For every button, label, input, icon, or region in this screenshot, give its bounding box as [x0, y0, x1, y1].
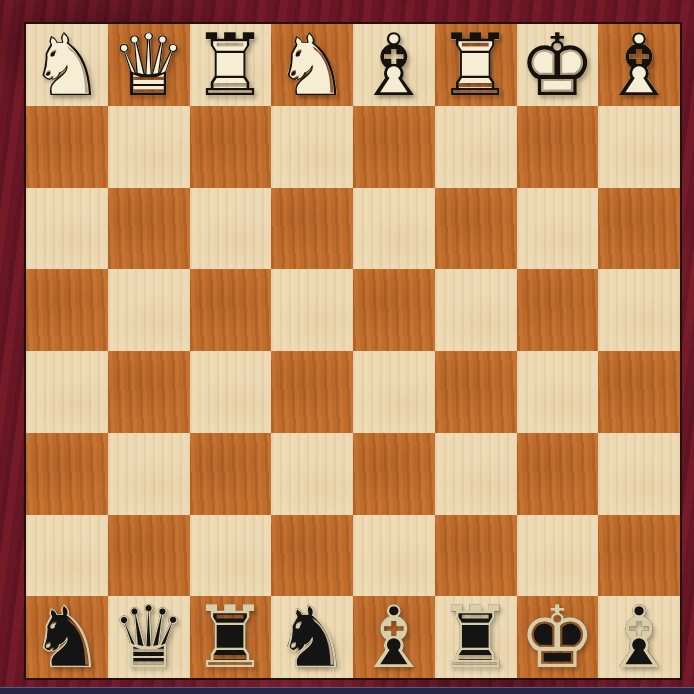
piece-outline-glyph: ♖	[190, 24, 272, 106]
square-e2[interactable]	[353, 515, 435, 597]
square-f4[interactable]	[435, 351, 517, 433]
black-knight[interactable]: ♞♘	[271, 596, 353, 678]
piece-outline-glyph: ♗	[353, 596, 435, 678]
square-g4[interactable]	[517, 351, 599, 433]
square-b1[interactable]: ♛♕	[108, 596, 190, 678]
white-bishop[interactable]: ♝♗	[353, 24, 435, 106]
square-e6[interactable]	[353, 188, 435, 270]
square-a4[interactable]	[26, 351, 108, 433]
white-knight[interactable]: ♞♘	[26, 24, 108, 106]
square-h7[interactable]	[598, 106, 680, 188]
piece-fill-glyph: ♛	[108, 596, 190, 678]
piece-fill-glyph: ♝	[353, 24, 435, 106]
board-grid: ♞♘♛♕♜♖♞♘♝♗♜♖♚♔♝♗♞♘♛♕♜♖♞♘♝♗♜♖♚♔♝♗	[26, 24, 680, 678]
black-rook[interactable]: ♜♖	[435, 596, 517, 678]
black-queen[interactable]: ♛♕	[108, 596, 190, 678]
square-d8[interactable]: ♞♘	[271, 24, 353, 106]
piece-fill-glyph: ♝	[353, 596, 435, 678]
square-d5[interactable]	[271, 269, 353, 351]
square-e1[interactable]: ♝♗	[353, 596, 435, 678]
piece-fill-glyph: ♛	[108, 24, 190, 106]
square-d4[interactable]	[271, 351, 353, 433]
square-c5[interactable]	[190, 269, 272, 351]
square-f5[interactable]	[435, 269, 517, 351]
piece-outline-glyph: ♗	[598, 596, 680, 678]
piece-outline-glyph: ♔	[517, 24, 599, 106]
black-bishop[interactable]: ♝♗	[598, 596, 680, 678]
square-g2[interactable]	[517, 515, 599, 597]
square-b7[interactable]	[108, 106, 190, 188]
piece-fill-glyph: ♜	[190, 24, 272, 106]
square-a5[interactable]	[26, 269, 108, 351]
piece-outline-glyph: ♘	[26, 24, 108, 106]
window-bottom-edge	[0, 687, 694, 694]
square-a7[interactable]	[26, 106, 108, 188]
piece-outline-glyph: ♗	[598, 24, 680, 106]
piece-fill-glyph: ♞	[26, 24, 108, 106]
square-e7[interactable]	[353, 106, 435, 188]
square-f6[interactable]	[435, 188, 517, 270]
square-g8[interactable]: ♚♔	[517, 24, 599, 106]
square-g7[interactable]	[517, 106, 599, 188]
square-e5[interactable]	[353, 269, 435, 351]
white-knight[interactable]: ♞♘	[271, 24, 353, 106]
piece-fill-glyph: ♞	[271, 24, 353, 106]
square-a2[interactable]	[26, 515, 108, 597]
square-b4[interactable]	[108, 351, 190, 433]
piece-fill-glyph: ♞	[26, 596, 108, 678]
piece-fill-glyph: ♝	[598, 24, 680, 106]
square-a6[interactable]	[26, 188, 108, 270]
white-king[interactable]: ♚♔	[517, 24, 599, 106]
piece-outline-glyph: ♘	[271, 596, 353, 678]
square-h4[interactable]	[598, 351, 680, 433]
square-c4[interactable]	[190, 351, 272, 433]
square-f2[interactable]	[435, 515, 517, 597]
piece-outline-glyph: ♖	[190, 596, 272, 678]
square-c7[interactable]	[190, 106, 272, 188]
square-a1[interactable]: ♞♘	[26, 596, 108, 678]
square-e8[interactable]: ♝♗	[353, 24, 435, 106]
white-rook[interactable]: ♜♖	[190, 24, 272, 106]
piece-fill-glyph: ♜	[190, 596, 272, 678]
piece-outline-glyph: ♘	[26, 596, 108, 678]
piece-outline-glyph: ♖	[435, 24, 517, 106]
piece-outline-glyph: ♖	[435, 596, 517, 678]
piece-fill-glyph: ♚	[517, 596, 599, 678]
square-e4[interactable]	[353, 351, 435, 433]
square-e3[interactable]	[353, 433, 435, 515]
square-d6[interactable]	[271, 188, 353, 270]
piece-outline-glyph: ♗	[353, 24, 435, 106]
piece-fill-glyph: ♞	[271, 596, 353, 678]
square-b2[interactable]	[108, 515, 190, 597]
piece-fill-glyph: ♝	[598, 596, 680, 678]
square-h6[interactable]	[598, 188, 680, 270]
square-g6[interactable]	[517, 188, 599, 270]
piece-outline-glyph: ♕	[108, 24, 190, 106]
square-b5[interactable]	[108, 269, 190, 351]
square-c1[interactable]: ♜♖	[190, 596, 272, 678]
square-g5[interactable]	[517, 269, 599, 351]
piece-outline-glyph: ♕	[108, 596, 190, 678]
piece-outline-glyph: ♘	[271, 24, 353, 106]
square-f1[interactable]: ♜♖	[435, 596, 517, 678]
piece-fill-glyph: ♚	[517, 24, 599, 106]
piece-fill-glyph: ♜	[435, 24, 517, 106]
square-h8[interactable]: ♝♗	[598, 24, 680, 106]
square-f7[interactable]	[435, 106, 517, 188]
square-c3[interactable]	[190, 433, 272, 515]
square-f3[interactable]	[435, 433, 517, 515]
square-d7[interactable]	[271, 106, 353, 188]
square-f8[interactable]: ♜♖	[435, 24, 517, 106]
piece-outline-glyph: ♔	[517, 596, 599, 678]
black-rook[interactable]: ♜♖	[190, 596, 272, 678]
square-c6[interactable]	[190, 188, 272, 270]
chess-board-window: ♞♘♛♕♜♖♞♘♝♗♜♖♚♔♝♗♞♘♛♕♜♖♞♘♝♗♜♖♚♔♝♗	[0, 0, 694, 694]
square-d1[interactable]: ♞♘	[271, 596, 353, 678]
square-h5[interactable]	[598, 269, 680, 351]
square-b3[interactable]	[108, 433, 190, 515]
square-d2[interactable]	[271, 515, 353, 597]
square-h1[interactable]: ♝♗	[598, 596, 680, 678]
black-bishop[interactable]: ♝♗	[353, 596, 435, 678]
square-a3[interactable]	[26, 433, 108, 515]
black-knight[interactable]: ♞♘	[26, 596, 108, 678]
square-c8[interactable]: ♜♖	[190, 24, 272, 106]
square-b6[interactable]	[108, 188, 190, 270]
white-bishop[interactable]: ♝♗	[598, 24, 680, 106]
square-h2[interactable]	[598, 515, 680, 597]
black-king[interactable]: ♚♔	[517, 596, 599, 678]
chess-board: ♞♘♛♕♜♖♞♘♝♗♜♖♚♔♝♗♞♘♛♕♜♖♞♘♝♗♜♖♚♔♝♗	[24, 22, 682, 680]
square-h3[interactable]	[598, 433, 680, 515]
square-d3[interactable]	[271, 433, 353, 515]
square-c2[interactable]	[190, 515, 272, 597]
square-g3[interactable]	[517, 433, 599, 515]
square-g1[interactable]: ♚♔	[517, 596, 599, 678]
white-rook[interactable]: ♜♖	[435, 24, 517, 106]
square-b8[interactable]: ♛♕	[108, 24, 190, 106]
white-queen[interactable]: ♛♕	[108, 24, 190, 106]
square-a8[interactable]: ♞♘	[26, 24, 108, 106]
piece-fill-glyph: ♜	[435, 596, 517, 678]
